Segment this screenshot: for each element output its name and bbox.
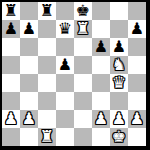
white-pawn-piece: ♟ [2,110,20,128]
square-a1[interactable] [2,128,20,146]
square-b5[interactable] [20,56,38,74]
square-g3[interactable] [110,92,128,110]
square-c2[interactable] [38,110,56,128]
square-d1[interactable] [56,128,74,146]
square-b2[interactable]: ♟ [20,110,38,128]
square-g1[interactable]: ♚ [110,128,128,146]
black-rook-piece: ♜ [2,2,20,20]
square-h5[interactable] [128,56,146,74]
square-f5[interactable] [92,56,110,74]
black-pawn-piece: ♟ [92,38,110,56]
square-d2[interactable] [56,110,74,128]
white-rook-piece: ♜ [74,20,92,38]
square-h7[interactable]: ♟ [128,20,146,38]
square-a5[interactable] [2,56,20,74]
square-e1[interactable] [74,128,92,146]
chessboard: ♜♜♚♟♟♛♜♟♟♟♟♞♛♟♟♟♟♟♜♚ [2,2,146,146]
square-c6[interactable] [38,38,56,56]
square-d4[interactable] [56,74,74,92]
square-h3[interactable] [128,92,146,110]
square-a2[interactable]: ♟ [2,110,20,128]
white-knight-piece: ♞ [110,56,128,74]
square-e5[interactable] [74,56,92,74]
square-g5[interactable]: ♞ [110,56,128,74]
square-h6[interactable] [128,38,146,56]
square-e3[interactable] [74,92,92,110]
black-rook-piece: ♜ [38,2,56,20]
square-c1[interactable]: ♜ [38,128,56,146]
white-pawn-piece: ♟ [20,110,38,128]
chessboard-frame: ♜♜♚♟♟♛♜♟♟♟♟♞♛♟♟♟♟♟♜♚ [0,0,150,150]
white-pawn-piece: ♟ [128,110,146,128]
square-a8[interactable]: ♜ [2,2,20,20]
square-g7[interactable] [110,20,128,38]
square-d7[interactable]: ♛ [56,20,74,38]
black-king-piece: ♚ [74,2,92,20]
square-c7[interactable] [38,20,56,38]
square-c4[interactable] [38,74,56,92]
square-f1[interactable] [92,128,110,146]
square-g4[interactable]: ♛ [110,74,128,92]
black-pawn-piece: ♟ [128,20,146,38]
square-b3[interactable] [20,92,38,110]
square-a7[interactable]: ♟ [2,20,20,38]
square-f4[interactable] [92,74,110,92]
white-queen-piece: ♛ [110,74,128,92]
square-g6[interactable]: ♟ [110,38,128,56]
white-king-piece: ♚ [110,128,128,146]
square-d3[interactable] [56,92,74,110]
square-d5[interactable]: ♟ [56,56,74,74]
square-a6[interactable] [2,38,20,56]
square-f3[interactable] [92,92,110,110]
black-pawn-piece: ♟ [2,20,20,38]
square-f2[interactable]: ♟ [92,110,110,128]
square-b6[interactable] [20,38,38,56]
square-e8[interactable]: ♚ [74,2,92,20]
square-c5[interactable] [38,56,56,74]
white-rook-piece: ♜ [38,128,56,146]
square-a3[interactable] [2,92,20,110]
square-e7[interactable]: ♜ [74,20,92,38]
white-pawn-piece: ♟ [110,110,128,128]
square-e2[interactable] [74,110,92,128]
square-e4[interactable] [74,74,92,92]
black-pawn-piece: ♟ [20,20,38,38]
square-c8[interactable]: ♜ [38,2,56,20]
square-e6[interactable] [74,38,92,56]
white-pawn-piece: ♟ [92,110,110,128]
square-b4[interactable] [20,74,38,92]
square-d8[interactable] [56,2,74,20]
square-a4[interactable] [2,74,20,92]
square-h1[interactable] [128,128,146,146]
square-f8[interactable] [92,2,110,20]
square-c3[interactable] [38,92,56,110]
square-f7[interactable] [92,20,110,38]
square-f6[interactable]: ♟ [92,38,110,56]
square-d6[interactable] [56,38,74,56]
square-h8[interactable] [128,2,146,20]
black-pawn-piece: ♟ [110,38,128,56]
square-g8[interactable] [110,2,128,20]
square-b8[interactable] [20,2,38,20]
square-h2[interactable]: ♟ [128,110,146,128]
square-h4[interactable] [128,74,146,92]
black-queen-piece: ♛ [56,20,74,38]
square-g2[interactable]: ♟ [110,110,128,128]
square-b1[interactable] [20,128,38,146]
black-pawn-piece: ♟ [56,56,74,74]
square-b7[interactable]: ♟ [20,20,38,38]
